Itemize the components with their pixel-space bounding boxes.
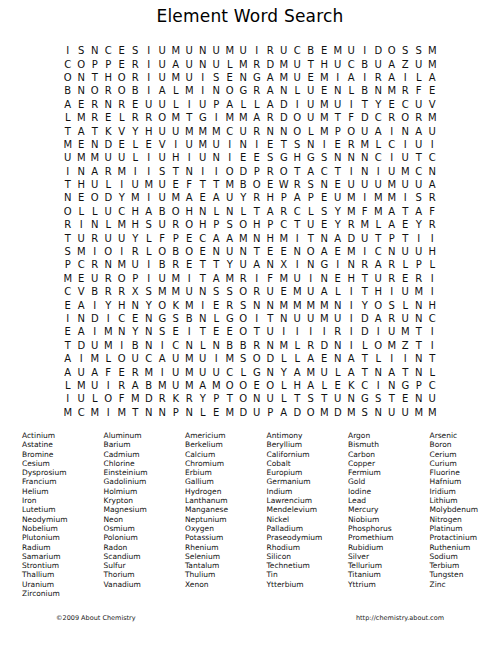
grid-cell: E [75, 272, 89, 285]
grid-cell: N [142, 406, 156, 419]
grid-cell: A [372, 258, 386, 271]
grid-cell: U [412, 178, 426, 191]
word-list-item: Lanthanum [185, 496, 267, 505]
grid-cell: D [318, 339, 332, 352]
grid-cell: O [291, 111, 305, 124]
grid-cell: B [61, 84, 75, 97]
grid-cell: K [345, 379, 359, 392]
word-list-item: Iron [22, 496, 104, 505]
word-list-item: Actinium [22, 431, 104, 440]
word-list-item: Californium [267, 450, 349, 459]
grid-cell: N [412, 312, 426, 325]
grid-cell: I [196, 84, 210, 97]
grid-cell: M [115, 406, 129, 419]
grid-cell: M [223, 352, 237, 365]
grid-cell: M [115, 258, 129, 271]
grid-cell: M [75, 151, 89, 164]
grid-cell: N [156, 406, 170, 419]
grid-cell: S [358, 406, 372, 419]
grid-cell: N [210, 84, 224, 97]
grid-cell: N [358, 151, 372, 164]
source-url: http://chemistry.about.com [356, 614, 444, 622]
word-list-item: Cadmium [104, 450, 186, 459]
grid-cell: A [75, 325, 89, 338]
grid-cell: A [318, 285, 332, 298]
grid-cell: U [196, 352, 210, 365]
grid-cell: T [399, 205, 413, 218]
word-list-item: Platinum [430, 524, 500, 533]
grid-cell: U [237, 258, 251, 271]
grid-cell: N [331, 84, 345, 97]
grid-cell: R [250, 339, 264, 352]
grid-cell: O [102, 245, 116, 258]
grid-cell: U [88, 178, 102, 191]
grid-cell: E [331, 272, 345, 285]
grid-cell: N [264, 124, 278, 137]
grid-cell: N [102, 258, 116, 271]
grid-cell: A [223, 98, 237, 111]
grid-cell: C [75, 406, 89, 419]
grid-cell: U [291, 71, 305, 84]
grid-cell: Y [237, 191, 251, 204]
grid-cell: M [385, 191, 399, 204]
grid-cell: P [412, 379, 426, 392]
grid-cell: U [399, 312, 413, 325]
word-list-item: Iodine [348, 487, 430, 496]
copyright-text: ©2009 About Chemistry [56, 614, 136, 622]
grid-cell: D [237, 165, 251, 178]
grid-cell: D [277, 98, 291, 111]
grid-cell: T [412, 325, 426, 338]
grid-cell: N [250, 231, 264, 244]
grid-cell: I [210, 352, 224, 365]
grid-cell: U [412, 98, 426, 111]
grid-cell: O [88, 84, 102, 97]
grid-cell: A [372, 312, 386, 325]
word-list-item: Scandium [104, 552, 186, 561]
grid-cell: R [88, 258, 102, 271]
grid-cell: M [304, 365, 318, 378]
grid-cell: F [183, 178, 197, 191]
grid-cell: M [61, 406, 75, 419]
grid-cell: B [237, 339, 251, 352]
grid-cell: E [102, 111, 116, 124]
grid-cell: N [250, 392, 264, 405]
grid-cell: M [291, 285, 305, 298]
grid-cell: N [277, 124, 291, 137]
grid-cell: I [318, 138, 332, 151]
grid-cell: R [345, 218, 359, 231]
grid-cell: Y [142, 298, 156, 311]
grid-cell: U [412, 138, 426, 151]
grid-cell: I [142, 165, 156, 178]
grid-cell: F [264, 272, 278, 285]
grid-cell: N [426, 165, 440, 178]
grid-cell: N [264, 258, 278, 271]
grid-cell: S [169, 312, 183, 325]
grid-cell: N [318, 231, 332, 244]
grid-cell: I [291, 98, 305, 111]
word-list-item: Manganese [185, 505, 267, 514]
grid-cell: U [412, 245, 426, 258]
grid-cell: N [196, 285, 210, 298]
grid-cell: R [115, 379, 129, 392]
grid-cell: I [75, 352, 89, 365]
grid-cell: A [304, 165, 318, 178]
grid-cell: O [223, 165, 237, 178]
grid-cell: C [318, 165, 332, 178]
grid-cell: O [223, 379, 237, 392]
word-list-item: Silicon [267, 552, 349, 561]
grid-cell: O [372, 298, 386, 311]
grid-cell: U [331, 98, 345, 111]
grid-cell: O [345, 124, 359, 137]
grid-cell: N [61, 191, 75, 204]
grid-cell: T [61, 124, 75, 137]
page-footer: ©2009 About Chemistry http://chemistry.a… [0, 614, 500, 622]
grid-cell: B [183, 312, 197, 325]
grid-cell: M [115, 218, 129, 231]
grid-cell: Y [129, 124, 143, 137]
grid-cell: U [345, 178, 359, 191]
grid-cell: M [61, 272, 75, 285]
grid-cell: U [156, 71, 170, 84]
grid-cell: F [412, 84, 426, 97]
grid-cell: M [223, 111, 237, 124]
word-list-item: Europium [267, 468, 349, 477]
word-list-item: Samarium [22, 552, 104, 561]
grid-cell: R [129, 365, 143, 378]
grid-cell: U [183, 285, 197, 298]
grid-cell: E [129, 98, 143, 111]
word-list-item: Zinc [430, 580, 500, 589]
grid-cell: U [156, 151, 170, 164]
grid-cell: A [250, 258, 264, 271]
word-list-item: Cerium [430, 450, 500, 459]
grid-cell: U [156, 57, 170, 70]
grid-cell: M [75, 111, 89, 124]
grid-cell: T [385, 392, 399, 405]
grid-cell: G [156, 312, 170, 325]
grid-cell: O [304, 245, 318, 258]
grid-cell: O [183, 218, 197, 231]
grid-cell: A [61, 365, 75, 378]
grid-cell: I [345, 312, 359, 325]
word-list-item: Gold [348, 477, 430, 486]
grid-cell: A [277, 406, 291, 419]
grid-cell: N [345, 151, 359, 164]
grid-cell: S [237, 352, 251, 365]
grid-cell: I [115, 245, 129, 258]
grid-cell: P [169, 406, 183, 419]
grid-cell: L [196, 406, 210, 419]
grid-cell: R [102, 165, 116, 178]
grid-cell: N [196, 205, 210, 218]
grid-cell: L [399, 298, 413, 311]
grid-cell: C [102, 44, 116, 57]
grid-cell: S [61, 245, 75, 258]
grid-cell: I [115, 339, 129, 352]
grid-cell: I [142, 84, 156, 97]
grid-cell: C [291, 205, 305, 218]
grid-cell: A [345, 365, 359, 378]
grid-cell: N [304, 258, 318, 271]
grid-cell: C [169, 339, 183, 352]
grid-cell: U [358, 124, 372, 137]
grid-cell: D [358, 312, 372, 325]
word-list-column: AmericiumBerkeliumCalciumChromiumErbiumG… [185, 431, 267, 598]
grid-cell: L [426, 258, 440, 271]
grid-cell: I [399, 138, 413, 151]
grid-cell: L [237, 365, 251, 378]
grid-cell: A [426, 71, 440, 84]
grid-cell: I [399, 352, 413, 365]
grid-cell: L [102, 218, 116, 231]
grid-cell: C [75, 258, 89, 271]
grid-cell: T [210, 258, 224, 271]
grid-cell: M [142, 178, 156, 191]
grid-cell: I [88, 298, 102, 311]
grid-cell: E [318, 44, 332, 57]
grid-cell: U [304, 84, 318, 97]
grid-cell: S [223, 285, 237, 298]
grid-cell: G [277, 151, 291, 164]
grid-cell: C [291, 44, 305, 57]
word-list-item: Germanium [267, 477, 349, 486]
grid-cell: U [399, 178, 413, 191]
word-list-item: Hydrogen [185, 487, 267, 496]
grid-cell: E [210, 325, 224, 338]
grid-cell: F [115, 392, 129, 405]
grid-cell: A [210, 272, 224, 285]
grid-cell: M [169, 272, 183, 285]
grid-cell: P [264, 406, 278, 419]
grid-cell: N [142, 339, 156, 352]
word-list-item: Radon [104, 543, 186, 552]
grid-cell: O [277, 165, 291, 178]
word-list-item: Niobium [348, 515, 430, 524]
page-title: Element Word Search [0, 0, 500, 26]
grid-cell: M [156, 379, 170, 392]
grid-cell: S [129, 44, 143, 57]
grid-cell: H [372, 285, 386, 298]
grid-cell: I [372, 325, 386, 338]
grid-cell: U [237, 124, 251, 137]
word-list-item: Technetium [267, 561, 349, 570]
grid-cell: D [331, 406, 345, 419]
grid-cell: C [345, 57, 359, 70]
grid-cell: D [277, 111, 291, 124]
grid-cell: U [115, 151, 129, 164]
grid-cell: I [358, 44, 372, 57]
grid-cell: L [88, 205, 102, 218]
grid-cell: P [169, 231, 183, 244]
grid-cell: L [196, 339, 210, 352]
grid-cell: L [250, 98, 264, 111]
word-list-item: Selenium [185, 552, 267, 561]
grid-cell: S [372, 392, 386, 405]
grid-cell: P [210, 392, 224, 405]
grid-cell: U [304, 98, 318, 111]
grid-cell: U [183, 138, 197, 151]
grid-cell: D [358, 325, 372, 338]
grid-cell: H [264, 191, 278, 204]
word-list-item: Carbon [348, 450, 430, 459]
grid-cell: N [210, 151, 224, 164]
grid-cell: M [183, 365, 197, 378]
grid-cell: E [331, 178, 345, 191]
grid-cell: R [102, 285, 116, 298]
grid-cell: E [426, 84, 440, 97]
grid-cell: S [304, 392, 318, 405]
grid-cell: O [169, 205, 183, 218]
grid-cell: U [358, 178, 372, 191]
grid-cell: X [129, 285, 143, 298]
word-list-item: Rubidium [348, 543, 430, 552]
grid-cell: A [291, 191, 305, 204]
word-list-item: Phosphorus [348, 524, 430, 533]
grid-cell: E [399, 392, 413, 405]
grid-cell: O [102, 392, 116, 405]
grid-cell: T [331, 165, 345, 178]
grid-cell: M [345, 406, 359, 419]
word-list-item: Vanadium [104, 580, 186, 589]
grid-cell: Y [412, 218, 426, 231]
grid-cell: R [61, 218, 75, 231]
grid-cell: N [385, 245, 399, 258]
grid-cell: M [399, 325, 413, 338]
grid-cell: E [169, 178, 183, 191]
grid-cell: N [277, 84, 291, 97]
grid-cell: D [345, 231, 359, 244]
grid-cell: O [237, 218, 251, 231]
grid-cell: I [61, 392, 75, 405]
word-list-item: Argon [348, 431, 430, 440]
grid-cell: R [264, 111, 278, 124]
grid-cell: T [61, 178, 75, 191]
grid-cell: O [115, 272, 129, 285]
grid-cell: M [183, 124, 197, 137]
grid-cell: N [183, 339, 197, 352]
grid-cell: I [426, 285, 440, 298]
grid-cell: N [331, 298, 345, 311]
grid-cell: U [75, 365, 89, 378]
grid-cell: O [156, 111, 170, 124]
grid-cell: R [264, 165, 278, 178]
grid-cell: L [169, 98, 183, 111]
grid-cell: M [358, 138, 372, 151]
grid-cell: U [426, 392, 440, 405]
grid-cell: R [412, 111, 426, 124]
grid-cell: R [88, 231, 102, 244]
word-list-item: Chromium [185, 459, 267, 468]
grid-cell: L [291, 339, 305, 352]
grid-cell: C [372, 151, 386, 164]
word-list-item: Neodymium [22, 515, 104, 524]
grid-cell: P [88, 57, 102, 70]
grid-cell: E [399, 218, 413, 231]
grid-cell: I [183, 272, 197, 285]
grid-cell: N [196, 57, 210, 70]
grid-cell: U [399, 406, 413, 419]
grid-cell: O [156, 245, 170, 258]
grid-cell: L [223, 57, 237, 70]
grid-cell: L [372, 352, 386, 365]
grid-cell: L [210, 205, 224, 218]
grid-cell: A [318, 245, 332, 258]
grid-cell: E [318, 84, 332, 97]
grid-cell: N [264, 365, 278, 378]
grid-cell: M [412, 285, 426, 298]
grid-cell: N [196, 312, 210, 325]
grid-cell: U [399, 151, 413, 164]
grid-cell: A [385, 57, 399, 70]
grid-cell: L [318, 379, 332, 392]
grid-cell: M [304, 298, 318, 311]
grid-cell: I [156, 339, 170, 352]
grid-cell: U [129, 352, 143, 365]
grid-cell: K [169, 392, 183, 405]
word-list-item: Xenon [185, 580, 267, 589]
grid-cell: E [115, 44, 129, 57]
grid-cell: I [250, 312, 264, 325]
word-list-item: Chlorine [104, 459, 186, 468]
grid-cell: E [250, 379, 264, 392]
grid-cell: P [264, 218, 278, 231]
word-list-item: Ytterbium [267, 580, 349, 589]
grid-cell: M [102, 339, 116, 352]
grid-cell: U [169, 124, 183, 137]
word-list-column: ActiniumAstatineBromineCesiumDysprosiumF… [22, 431, 104, 598]
grid-cell: M [277, 57, 291, 70]
grid-cell: U [183, 57, 197, 70]
grid-cell: S [399, 44, 413, 57]
grid-cell: E [264, 245, 278, 258]
grid-cell: P [61, 258, 75, 271]
grid-cell: L [75, 205, 89, 218]
grid-cell: I [115, 178, 129, 191]
grid-cell: C [142, 352, 156, 365]
grid-cell: I [223, 151, 237, 164]
grid-cell: M [129, 191, 143, 204]
grid-cell: T [250, 245, 264, 258]
grid-cell: I [345, 98, 359, 111]
grid-cell: M [358, 218, 372, 231]
word-list-item: Oxygen [185, 524, 267, 533]
grid-cell: N [142, 312, 156, 325]
grid-cell: I [399, 191, 413, 204]
grid-cell: H [345, 272, 359, 285]
grid-cell: T [399, 231, 413, 244]
grid-cell: T [318, 392, 332, 405]
grid-cell: R [372, 71, 386, 84]
grid-cell: T [196, 178, 210, 191]
grid-cell: N [75, 71, 89, 84]
grid-cell: N [304, 138, 318, 151]
grid-cell: C [426, 312, 440, 325]
grid-cell: U [399, 285, 413, 298]
grid-cell: Y [331, 205, 345, 218]
grid-cell: U [372, 57, 386, 70]
grid-cell: R [129, 111, 143, 124]
grid-cell: M [75, 245, 89, 258]
grid-cell: K [169, 298, 183, 311]
grid-cell: M [115, 165, 129, 178]
grid-cell: E [129, 312, 143, 325]
grid-cell: H [183, 205, 197, 218]
grid-cell: A [412, 124, 426, 137]
grid-cell: F [426, 205, 440, 218]
